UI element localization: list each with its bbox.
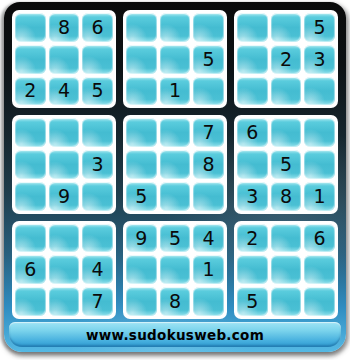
cell-r5c9[interactable] <box>304 150 335 179</box>
cell-r4c2[interactable] <box>49 118 80 147</box>
cell-r4c7[interactable]: 6 <box>237 118 268 147</box>
cell-r1c6[interactable] <box>193 13 224 42</box>
box-r1c1: 86245 <box>12 10 116 108</box>
cell-r7c2[interactable] <box>49 224 80 253</box>
cell-r4c4[interactable] <box>126 118 157 147</box>
cell-r8c8[interactable] <box>271 255 302 284</box>
cell-r3c9[interactable] <box>304 77 335 106</box>
cell-r4c1[interactable] <box>15 118 46 147</box>
cell-r7c9[interactable]: 6 <box>304 224 335 253</box>
box-r2c1: 39 <box>12 115 116 213</box>
cell-r4c6[interactable]: 7 <box>193 118 224 147</box>
cell-r7c6[interactable]: 4 <box>193 224 224 253</box>
cell-r6c9[interactable]: 1 <box>304 182 335 211</box>
cell-r6c2[interactable]: 9 <box>49 182 80 211</box>
cell-r3c8[interactable] <box>271 77 302 106</box>
cell-r5c8[interactable]: 5 <box>271 150 302 179</box>
cell-r3c6[interactable] <box>193 77 224 106</box>
cell-r5c6[interactable]: 8 <box>193 150 224 179</box>
cell-r8c7[interactable] <box>237 255 268 284</box>
cell-r3c7[interactable] <box>237 77 268 106</box>
box-r3c1: 647 <box>12 221 116 319</box>
cell-r4c8[interactable] <box>271 118 302 147</box>
cell-r2c7[interactable] <box>237 45 268 74</box>
cell-r9c2[interactable] <box>49 287 80 316</box>
cell-r4c3[interactable] <box>82 118 113 147</box>
cell-r3c4[interactable] <box>126 77 157 106</box>
cell-r7c5[interactable]: 5 <box>160 224 191 253</box>
cell-r5c3[interactable]: 3 <box>82 150 113 179</box>
cell-r9c3[interactable]: 7 <box>82 287 113 316</box>
cell-r8c2[interactable] <box>49 255 80 284</box>
box-r3c3: 265 <box>234 221 338 319</box>
box-r1c3: 523 <box>234 10 338 108</box>
box-r1c2: 51 <box>123 10 227 108</box>
box-r2c2: 785 <box>123 115 227 213</box>
cell-r1c9[interactable]: 5 <box>304 13 335 42</box>
footer-bar: www.sudokusweb.com <box>9 322 341 347</box>
cell-r6c5[interactable] <box>160 182 191 211</box>
cell-r8c4[interactable] <box>126 255 157 284</box>
cell-r5c7[interactable] <box>237 150 268 179</box>
cell-r9c1[interactable] <box>15 287 46 316</box>
cell-r5c4[interactable] <box>126 150 157 179</box>
cell-r7c7[interactable]: 2 <box>237 224 268 253</box>
cell-r1c4[interactable] <box>126 13 157 42</box>
cell-r2c8[interactable]: 2 <box>271 45 302 74</box>
cell-r6c7[interactable]: 3 <box>237 182 268 211</box>
cell-r3c5[interactable]: 1 <box>160 77 191 106</box>
cell-r2c9[interactable]: 3 <box>304 45 335 74</box>
cell-r4c9[interactable] <box>304 118 335 147</box>
site-url[interactable]: www.sudokusweb.com <box>86 327 264 343</box>
cell-r9c9[interactable] <box>304 287 335 316</box>
cell-r5c2[interactable] <box>49 150 80 179</box>
cell-r6c1[interactable] <box>15 182 46 211</box>
cell-r8c1[interactable]: 6 <box>15 255 46 284</box>
cell-r2c1[interactable] <box>15 45 46 74</box>
cell-r8c9[interactable] <box>304 255 335 284</box>
cell-r2c5[interactable] <box>160 45 191 74</box>
cell-r3c1[interactable]: 2 <box>15 77 46 106</box>
cell-r7c8[interactable] <box>271 224 302 253</box>
cell-r1c7[interactable] <box>237 13 268 42</box>
cell-r1c2[interactable]: 8 <box>49 13 80 42</box>
cell-r7c3[interactable] <box>82 224 113 253</box>
cell-r8c3[interactable]: 4 <box>82 255 113 284</box>
cell-r9c7[interactable]: 5 <box>237 287 268 316</box>
cell-r2c6[interactable]: 5 <box>193 45 224 74</box>
cell-r5c5[interactable] <box>160 150 191 179</box>
cell-r5c1[interactable] <box>15 150 46 179</box>
cell-r1c3[interactable]: 6 <box>82 13 113 42</box>
sudoku-page: 8624551523397856538164795418265 www.sudo… <box>0 0 350 360</box>
cell-r2c3[interactable] <box>82 45 113 74</box>
box-r2c3: 65381 <box>234 115 338 213</box>
cell-r9c5[interactable]: 8 <box>160 287 191 316</box>
box-r3c2: 95418 <box>123 221 227 319</box>
cell-r2c2[interactable] <box>49 45 80 74</box>
cell-r7c1[interactable] <box>15 224 46 253</box>
cell-r6c6[interactable] <box>193 182 224 211</box>
cell-r2c4[interactable] <box>126 45 157 74</box>
cell-r4c5[interactable] <box>160 118 191 147</box>
cell-r1c5[interactable] <box>160 13 191 42</box>
cell-r9c8[interactable] <box>271 287 302 316</box>
sudoku-grid: 8624551523397856538164795418265 <box>4 2 346 319</box>
cell-r8c5[interactable] <box>160 255 191 284</box>
cell-r7c4[interactable]: 9 <box>126 224 157 253</box>
cell-r1c8[interactable] <box>271 13 302 42</box>
cell-r6c8[interactable]: 8 <box>271 182 302 211</box>
cell-r9c4[interactable] <box>126 287 157 316</box>
cell-r9c6[interactable] <box>193 287 224 316</box>
cell-r6c3[interactable] <box>82 182 113 211</box>
cell-r3c2[interactable]: 4 <box>49 77 80 106</box>
cell-r8c6[interactable]: 1 <box>193 255 224 284</box>
board-frame: 8624551523397856538164795418265 www.sudo… <box>4 2 346 352</box>
cell-r1c1[interactable] <box>15 13 46 42</box>
cell-r6c4[interactable]: 5 <box>126 182 157 211</box>
cell-r3c3[interactable]: 5 <box>82 77 113 106</box>
